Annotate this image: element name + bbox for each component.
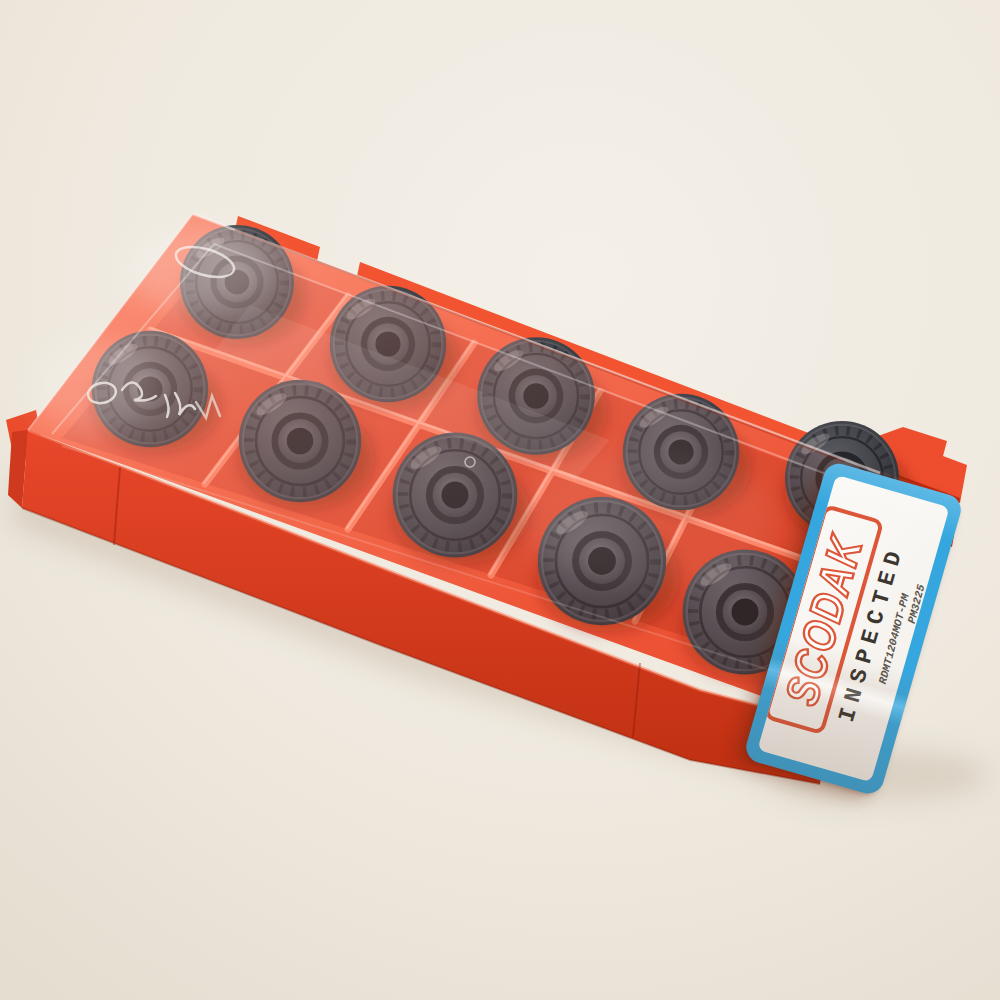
product-photo-scene: SCODAK INSPECTED RDMT1204MOT-PM PM3225 xyxy=(0,0,1000,1000)
